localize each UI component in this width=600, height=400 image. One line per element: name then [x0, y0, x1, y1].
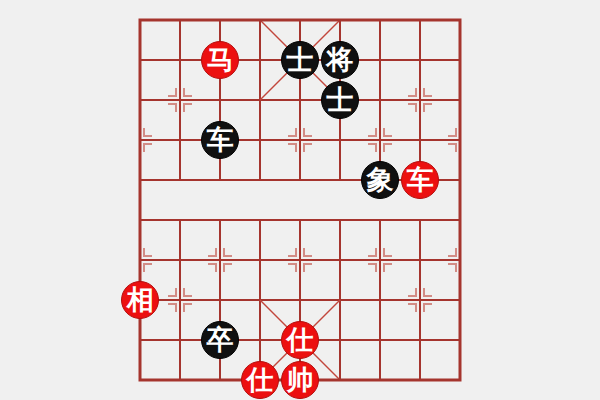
- piece-red-chariot[interactable]: 车: [401, 161, 439, 199]
- piece-black-chariot[interactable]: 车: [201, 121, 239, 159]
- piece-black-advisor[interactable]: 士: [281, 41, 319, 79]
- piece-black-soldier[interactable]: 卒: [201, 321, 239, 359]
- piece-red-general[interactable]: 帅: [281, 361, 319, 399]
- piece-black-advisor[interactable]: 士: [321, 81, 359, 119]
- piece-black-general[interactable]: 将: [321, 41, 359, 79]
- piece-black-elephant[interactable]: 象: [361, 161, 399, 199]
- piece-red-advisor[interactable]: 仕: [281, 321, 319, 359]
- piece-red-horse[interactable]: 马: [201, 41, 239, 79]
- xiangqi-board: 马士将士车象车相卒仕仕帅: [0, 0, 600, 400]
- piece-red-elephant[interactable]: 相: [121, 281, 159, 319]
- pieces-layer: 马士将士车象车相卒仕仕帅: [120, 0, 480, 400]
- piece-red-advisor[interactable]: 仕: [241, 361, 279, 399]
